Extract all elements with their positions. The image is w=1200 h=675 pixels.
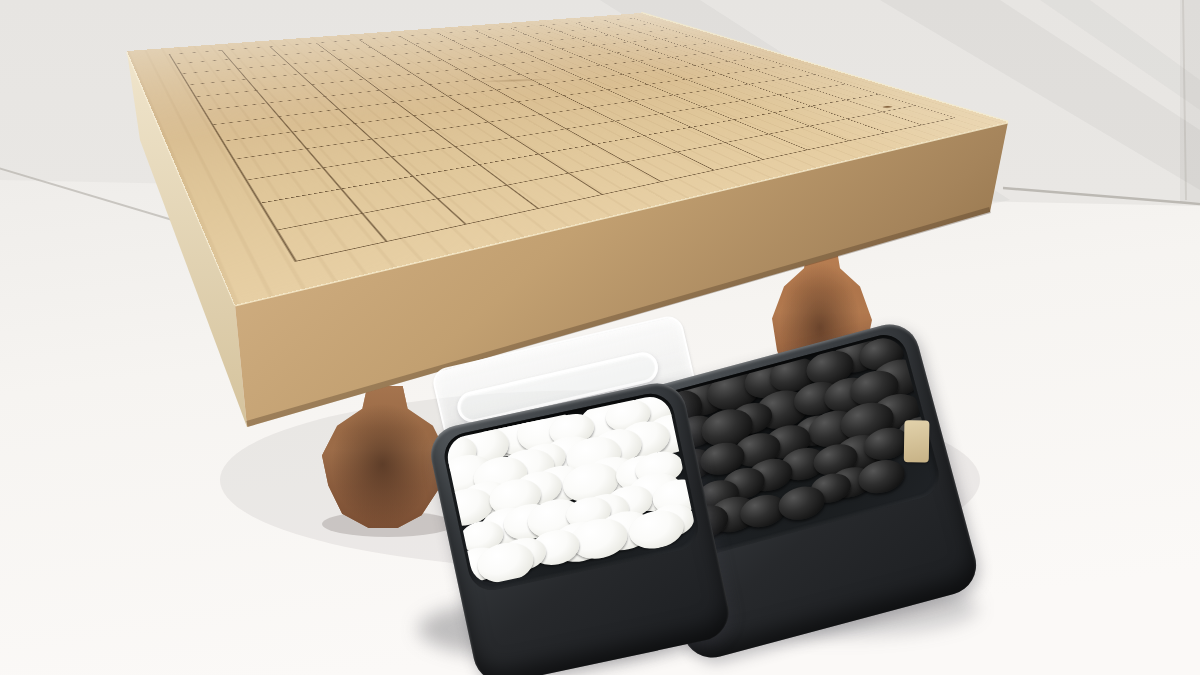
white-stone-container [426, 378, 735, 675]
photo-stage: Wooden Go table board (goban) with turne… [0, 0, 1200, 675]
turned-leg-shape [322, 386, 448, 528]
label-scrap [903, 420, 929, 462]
board-leg-front-left [322, 386, 448, 528]
